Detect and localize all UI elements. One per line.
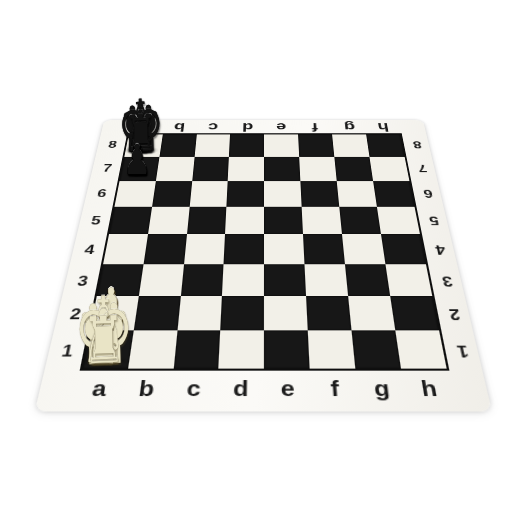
piece-black-pawn-a7[interactable]: ♟ bbox=[123, 141, 150, 182]
piece-white-rook-a1[interactable]: ♜ bbox=[82, 307, 126, 373]
chess-set-photo: abcdefghabcdefgh8765432187654321 ♜♞♝♛♚♝♞… bbox=[0, 0, 512, 512]
pieces-layer: ♜♞♝♛♚♝♞♜♟♟♟♟♟♟♟♟♟♟♟♟♟♟♟♟♜♞♝♛♚♝♞♜ bbox=[0, 0, 512, 512]
